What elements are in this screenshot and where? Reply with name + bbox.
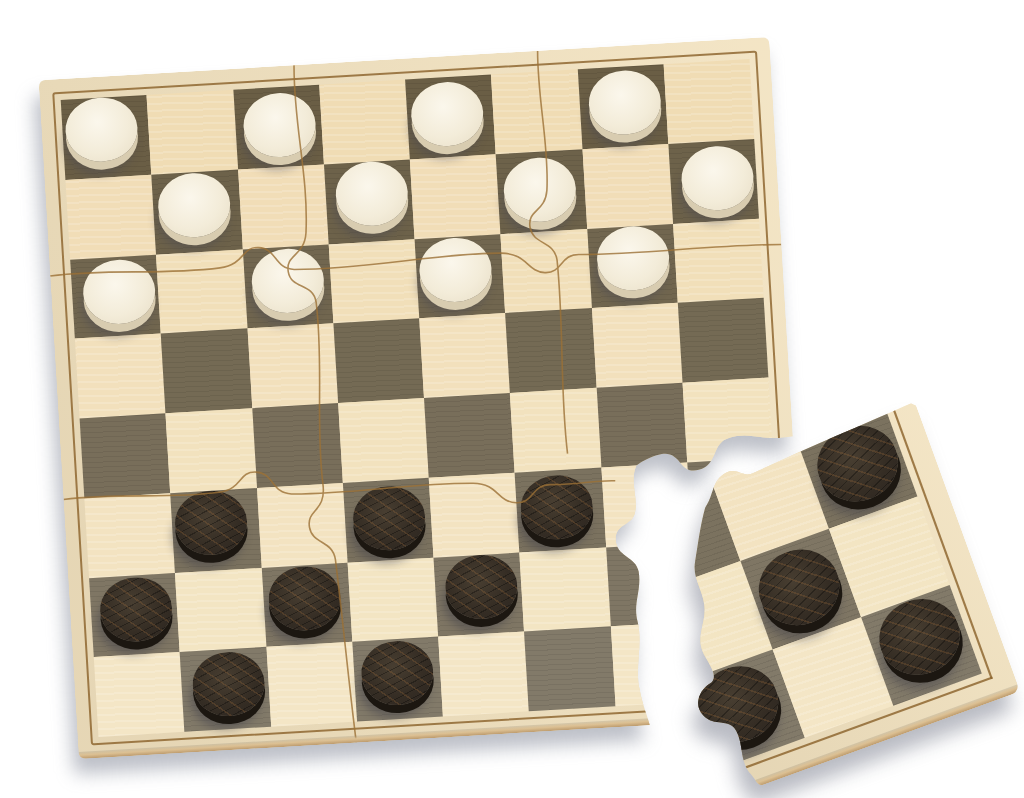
square-r3c5 bbox=[415, 234, 506, 319]
square-r5c2 bbox=[166, 408, 257, 493]
square-r4c3 bbox=[247, 324, 338, 409]
square-r7c1 bbox=[89, 573, 180, 658]
square-r1c8 bbox=[663, 59, 754, 144]
square-r7c6 bbox=[520, 547, 611, 632]
square-r6c3 bbox=[257, 483, 348, 568]
square-r5c5 bbox=[424, 393, 515, 478]
square-r7c2 bbox=[175, 567, 266, 652]
square-r5c3 bbox=[252, 403, 343, 488]
square-r8c6 bbox=[524, 627, 615, 712]
white-checker-r3c3[interactable] bbox=[250, 246, 326, 314]
square-r2c2 bbox=[152, 169, 243, 254]
square-r4c5 bbox=[419, 313, 510, 398]
white-checker-r2c6[interactable] bbox=[502, 155, 578, 223]
square-r5c6 bbox=[510, 388, 601, 473]
square-r3c8 bbox=[673, 218, 764, 303]
square-r1c2 bbox=[147, 90, 238, 175]
square-r1c3 bbox=[233, 85, 324, 170]
black-checker-r6c2[interactable] bbox=[174, 489, 250, 557]
square-r4c4 bbox=[333, 318, 424, 403]
square-r1c6 bbox=[491, 69, 582, 154]
square-r4c6 bbox=[505, 308, 596, 393]
square-r8c5 bbox=[438, 632, 529, 717]
square-r4c7 bbox=[591, 303, 682, 388]
square-r6c4 bbox=[343, 478, 434, 563]
black-checker-r7c3[interactable] bbox=[266, 564, 342, 632]
black-checker-r7c1[interactable] bbox=[98, 575, 174, 643]
white-checker-r3c7[interactable] bbox=[595, 224, 671, 292]
white-checker-r1c3[interactable] bbox=[241, 91, 317, 159]
white-checker-r2c2[interactable] bbox=[157, 171, 233, 239]
black-checker-r7c7[interactable] bbox=[748, 538, 850, 636]
white-checker-r3c1[interactable] bbox=[81, 257, 157, 325]
square-r2c6 bbox=[496, 149, 587, 234]
white-checker-r2c8[interactable] bbox=[680, 144, 756, 212]
black-checker-r6c6[interactable] bbox=[519, 473, 595, 541]
square-r5c7 bbox=[596, 383, 687, 468]
square-r6c5 bbox=[429, 472, 520, 557]
square-r5c1 bbox=[80, 413, 171, 498]
square-r6c1 bbox=[84, 493, 175, 578]
square-r3c6 bbox=[501, 229, 592, 314]
square-r3c3 bbox=[242, 244, 333, 329]
square-r8c1 bbox=[94, 652, 185, 737]
white-checker-r1c1[interactable] bbox=[64, 96, 140, 164]
black-checker-r8c4[interactable] bbox=[359, 639, 435, 707]
square-r8c4 bbox=[352, 637, 443, 722]
black-checker-r7c5[interactable] bbox=[444, 552, 520, 620]
white-checker-r2c4[interactable] bbox=[334, 159, 410, 227]
square-r3c4 bbox=[328, 239, 419, 324]
square-r1c7 bbox=[577, 64, 668, 149]
black-checker-r8c2[interactable] bbox=[191, 650, 267, 718]
square-r7c5 bbox=[433, 552, 524, 637]
white-checker-r1c5[interactable] bbox=[410, 80, 486, 148]
square-r4c1 bbox=[75, 334, 166, 419]
square-r8c3 bbox=[266, 642, 357, 727]
white-checker-r3c5[interactable] bbox=[418, 235, 494, 303]
square-r2c3 bbox=[238, 164, 329, 249]
square-r2c8 bbox=[668, 139, 759, 224]
square-r7c4 bbox=[347, 557, 438, 642]
square-r2c7 bbox=[582, 144, 673, 229]
square-r1c5 bbox=[405, 74, 496, 159]
square-r1c1 bbox=[61, 95, 152, 180]
square-r1c4 bbox=[319, 80, 410, 165]
photo-stage bbox=[0, 0, 1024, 798]
square-r2c4 bbox=[324, 159, 415, 244]
square-r3c1 bbox=[70, 254, 161, 339]
square-r2c1 bbox=[65, 175, 156, 260]
square-r3c7 bbox=[587, 223, 678, 308]
square-r3c2 bbox=[156, 249, 247, 334]
white-checker-r1c7[interactable] bbox=[587, 69, 663, 137]
square-r4c2 bbox=[161, 329, 252, 414]
square-r2c5 bbox=[410, 154, 501, 239]
square-r8c2 bbox=[180, 647, 271, 732]
square-r7c3 bbox=[261, 562, 352, 647]
black-checker-r6c4[interactable] bbox=[351, 484, 427, 552]
square-r5c4 bbox=[338, 398, 429, 483]
square-r6c2 bbox=[170, 488, 261, 573]
black-checker-r6c8[interactable] bbox=[807, 414, 909, 512]
square-r4c8 bbox=[678, 298, 769, 383]
square-r6c6 bbox=[515, 467, 606, 552]
